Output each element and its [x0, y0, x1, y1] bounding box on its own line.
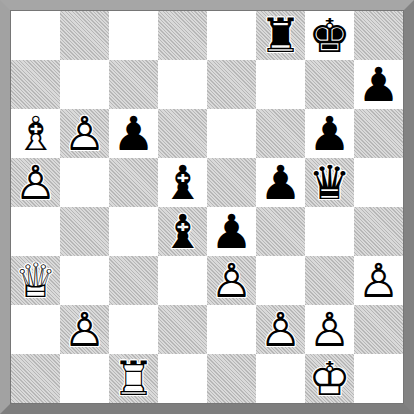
square-f6[interactable]	[256, 109, 305, 158]
piece-white-bishop[interactable]: ♝♗	[11, 109, 60, 158]
square-h6[interactable]	[354, 109, 403, 158]
piece-outline-glyph: ♙	[60, 305, 109, 354]
square-f2[interactable]: ♟♙	[256, 305, 305, 354]
square-b1[interactable]	[60, 354, 109, 403]
piece-white-pawn[interactable]: ♟♙	[354, 256, 403, 305]
square-a2[interactable]	[11, 305, 60, 354]
square-h5[interactable]	[354, 158, 403, 207]
square-f8[interactable]: ♜	[256, 11, 305, 60]
piece-black-pawn[interactable]: ♟	[305, 109, 354, 158]
piece-fill-glyph: ♚	[305, 11, 354, 60]
square-e7[interactable]	[207, 60, 256, 109]
square-b8[interactable]	[60, 11, 109, 60]
square-b3[interactable]	[60, 256, 109, 305]
square-c6[interactable]: ♟	[109, 109, 158, 158]
piece-black-pawn[interactable]: ♟	[256, 158, 305, 207]
piece-outline-glyph: ♙	[11, 158, 60, 207]
piece-fill-glyph: ♟	[256, 158, 305, 207]
chess-board: ♜♚♟♝♗♟♙♟♟♟♙♝♟♛♝♟♛♕♟♙♟♙♟♙♟♙♟♙♜♖♚♔	[11, 11, 403, 403]
piece-outline-glyph: ♗	[11, 109, 60, 158]
square-b4[interactable]	[60, 207, 109, 256]
square-d4[interactable]: ♝	[158, 207, 207, 256]
piece-outline-glyph: ♖	[109, 354, 158, 403]
chess-board-frame: ♜♚♟♝♗♟♙♟♟♟♙♝♟♛♝♟♛♕♟♙♟♙♟♙♟♙♟♙♜♖♚♔	[0, 0, 414, 414]
square-f3[interactable]	[256, 256, 305, 305]
square-h4[interactable]	[354, 207, 403, 256]
square-d8[interactable]	[158, 11, 207, 60]
square-b6[interactable]: ♟♙	[60, 109, 109, 158]
square-e8[interactable]	[207, 11, 256, 60]
square-d6[interactable]	[158, 109, 207, 158]
piece-fill-glyph: ♟	[305, 109, 354, 158]
square-f4[interactable]	[256, 207, 305, 256]
piece-black-rook[interactable]: ♜	[256, 11, 305, 60]
square-h8[interactable]	[354, 11, 403, 60]
square-g8[interactable]: ♚	[305, 11, 354, 60]
piece-white-pawn[interactable]: ♟♙	[256, 305, 305, 354]
piece-fill-glyph: ♜	[256, 11, 305, 60]
square-b2[interactable]: ♟♙	[60, 305, 109, 354]
square-c8[interactable]	[109, 11, 158, 60]
piece-outline-glyph: ♔	[305, 354, 354, 403]
square-h2[interactable]	[354, 305, 403, 354]
piece-white-king[interactable]: ♚♔	[305, 354, 354, 403]
square-d7[interactable]	[158, 60, 207, 109]
piece-black-pawn[interactable]: ♟	[207, 207, 256, 256]
piece-white-queen[interactable]: ♛♕	[11, 256, 60, 305]
square-d5[interactable]: ♝	[158, 158, 207, 207]
piece-white-rook[interactable]: ♜♖	[109, 354, 158, 403]
piece-black-bishop[interactable]: ♝	[158, 158, 207, 207]
square-a4[interactable]	[11, 207, 60, 256]
piece-fill-glyph: ♟	[207, 207, 256, 256]
square-c1[interactable]: ♜♖	[109, 354, 158, 403]
square-d2[interactable]	[158, 305, 207, 354]
piece-fill-glyph: ♟	[109, 109, 158, 158]
square-f7[interactable]	[256, 60, 305, 109]
square-a3[interactable]: ♛♕	[11, 256, 60, 305]
square-a5[interactable]: ♟♙	[11, 158, 60, 207]
square-e5[interactable]	[207, 158, 256, 207]
piece-outline-glyph: ♕	[11, 256, 60, 305]
square-f1[interactable]	[256, 354, 305, 403]
square-a1[interactable]	[11, 354, 60, 403]
piece-outline-glyph: ♙	[207, 256, 256, 305]
square-h7[interactable]: ♟	[354, 60, 403, 109]
piece-white-pawn[interactable]: ♟♙	[305, 305, 354, 354]
square-h3[interactable]: ♟♙	[354, 256, 403, 305]
piece-black-bishop[interactable]: ♝	[158, 207, 207, 256]
piece-fill-glyph: ♟	[354, 60, 403, 109]
piece-fill-glyph: ♝	[158, 158, 207, 207]
square-c5[interactable]	[109, 158, 158, 207]
piece-outline-glyph: ♙	[60, 109, 109, 158]
square-d3[interactable]	[158, 256, 207, 305]
piece-black-pawn[interactable]: ♟	[109, 109, 158, 158]
square-g5[interactable]: ♛	[305, 158, 354, 207]
piece-white-pawn[interactable]: ♟♙	[11, 158, 60, 207]
piece-black-queen[interactable]: ♛	[305, 158, 354, 207]
square-c3[interactable]	[109, 256, 158, 305]
piece-fill-glyph: ♝	[158, 207, 207, 256]
piece-white-pawn[interactable]: ♟♙	[60, 109, 109, 158]
square-g3[interactable]	[305, 256, 354, 305]
square-c2[interactable]	[109, 305, 158, 354]
square-g4[interactable]	[305, 207, 354, 256]
square-g6[interactable]: ♟	[305, 109, 354, 158]
piece-black-king[interactable]: ♚	[305, 11, 354, 60]
piece-fill-glyph: ♛	[305, 158, 354, 207]
square-f5[interactable]: ♟	[256, 158, 305, 207]
square-e4[interactable]: ♟	[207, 207, 256, 256]
square-g1[interactable]: ♚♔	[305, 354, 354, 403]
square-a7[interactable]	[11, 60, 60, 109]
piece-white-pawn[interactable]: ♟♙	[207, 256, 256, 305]
square-a8[interactable]	[11, 11, 60, 60]
square-h1[interactable]	[354, 354, 403, 403]
piece-outline-glyph: ♙	[256, 305, 305, 354]
piece-black-pawn[interactable]: ♟	[354, 60, 403, 109]
square-g7[interactable]	[305, 60, 354, 109]
piece-outline-glyph: ♙	[354, 256, 403, 305]
square-b7[interactable]	[60, 60, 109, 109]
square-a6[interactable]: ♝♗	[11, 109, 60, 158]
square-e6[interactable]	[207, 109, 256, 158]
square-e2[interactable]	[207, 305, 256, 354]
square-e3[interactable]: ♟♙	[207, 256, 256, 305]
square-g2[interactable]: ♟♙	[305, 305, 354, 354]
piece-outline-glyph: ♙	[305, 305, 354, 354]
square-c7[interactable]	[109, 60, 158, 109]
square-e1[interactable]	[207, 354, 256, 403]
square-b5[interactable]	[60, 158, 109, 207]
square-d1[interactable]	[158, 354, 207, 403]
square-c4[interactable]	[109, 207, 158, 256]
piece-white-pawn[interactable]: ♟♙	[60, 305, 109, 354]
